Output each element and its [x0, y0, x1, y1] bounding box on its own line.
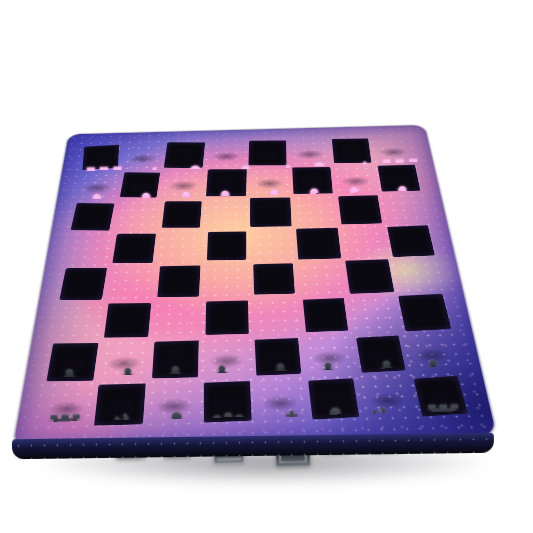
square-e5[interactable]	[249, 227, 297, 262]
piece-contact-shadow	[105, 356, 143, 372]
dark-square-paint	[71, 203, 115, 231]
dark-square-paint	[254, 264, 296, 295]
square-e1[interactable]: ♚	[253, 377, 308, 423]
square-f4[interactable]	[297, 260, 348, 297]
dark-square-paint	[303, 298, 349, 332]
dark-square-paint	[250, 197, 292, 226]
square-g6[interactable]	[336, 194, 385, 226]
square-e2[interactable]: ♟	[252, 335, 305, 378]
square-f7[interactable]: ♟	[290, 165, 336, 195]
square-e7[interactable]: ♟	[248, 167, 292, 198]
square-h3[interactable]	[396, 293, 453, 333]
square-f1[interactable]: ♝	[305, 376, 363, 422]
square-d5[interactable]	[203, 228, 250, 263]
square-d7[interactable]: ♟	[205, 168, 249, 199]
dark-square-paint	[113, 234, 157, 263]
square-c7[interactable]: ♟	[161, 169, 205, 200]
photo-backdrop: ♜♞♝♛♚♝♞♜♟♟♟♟♟♟♟♟♟♟♟♟♟♟♟♟♜♞♝♛♚♝♞♜	[0, 0, 533, 533]
square-h2[interactable]: ♟	[403, 331, 462, 374]
square-c6[interactable]	[159, 198, 205, 231]
square-b8[interactable]: ♞	[121, 142, 165, 171]
square-f3[interactable]	[299, 295, 352, 335]
square-e6[interactable]	[248, 196, 294, 229]
square-f8[interactable]: ♝	[288, 138, 332, 167]
board-tilt-wrapper: ♜♞♝♛♚♝♞♜♟♟♟♟♟♟♟♟♟♟♟♟♟♟♟♟♜♞♝♛♚♝♞♜	[13, 125, 497, 448]
piece-contact-shadow	[260, 352, 298, 368]
piece-contact-shadow	[157, 354, 195, 370]
square-d3[interactable]	[202, 298, 252, 338]
square-b5[interactable]	[110, 231, 159, 266]
piece-contact-shadow	[412, 348, 452, 364]
dark-square-paint	[207, 231, 246, 260]
square-a8[interactable]: ♜	[78, 143, 123, 172]
square-h4[interactable]	[390, 257, 444, 294]
dark-square-paint	[157, 266, 200, 298]
square-b4[interactable]	[106, 264, 157, 301]
square-d1[interactable]: ♛	[200, 378, 254, 424]
square-a2[interactable]: ♟	[44, 341, 101, 384]
square-a7[interactable]: ♟	[74, 171, 121, 202]
square-c8[interactable]: ♝	[163, 141, 206, 170]
square-d6[interactable]	[204, 197, 249, 230]
chess-board: ♜♞♝♛♚♝♞♜♟♟♟♟♟♟♟♟♟♟♟♟♟♟♟♟♜♞♝♛♚♝♞♜	[13, 125, 497, 448]
square-h7[interactable]: ♟	[374, 163, 423, 193]
dark-square-paint	[162, 201, 202, 228]
chessboard-scene: ♜♞♝♛♚♝♞♜♟♟♟♟♟♟♟♟♟♟♟♟♟♟♟♟♜♞♝♛♚♝♞♜	[45, 57, 455, 467]
square-g8[interactable]: ♞	[329, 137, 375, 166]
dark-square-paint	[345, 259, 394, 294]
square-c5[interactable]	[157, 230, 204, 265]
dark-square-paint	[398, 294, 452, 332]
square-g1[interactable]: ♞	[357, 374, 417, 420]
square-g7[interactable]: ♟	[332, 164, 379, 194]
square-a4[interactable]	[57, 266, 110, 303]
square-b6[interactable]	[114, 199, 161, 232]
piece-contact-shadow	[208, 353, 245, 369]
square-b3[interactable]	[101, 301, 154, 341]
square-b7[interactable]: ♟	[117, 170, 163, 201]
dark-square-paint	[104, 303, 151, 338]
square-b1[interactable]: ♞	[91, 381, 148, 428]
square-h1[interactable]: ♜	[410, 373, 472, 419]
square-h5[interactable]	[385, 224, 437, 259]
piece-dark-pawn[interactable]: ♟	[102, 361, 153, 362]
square-e8[interactable]: ♚	[247, 139, 290, 168]
square-h8[interactable]: ♜	[370, 136, 417, 165]
square-e3[interactable]	[251, 297, 302, 337]
square-d8[interactable]: ♛	[205, 140, 247, 169]
piece-contact-shadow	[310, 350, 348, 366]
square-e4[interactable]	[250, 261, 299, 298]
square-f5[interactable]	[294, 226, 343, 261]
piece-contact-shadow	[53, 357, 92, 373]
square-a1[interactable]: ♜	[37, 382, 96, 429]
dark-square-paint	[296, 227, 341, 259]
dark-square-paint	[60, 268, 108, 300]
square-d2[interactable]: ♟	[201, 337, 253, 380]
square-g2[interactable]: ♟	[352, 333, 409, 376]
square-f2[interactable]: ♟	[302, 334, 357, 377]
square-h6[interactable]	[379, 192, 429, 224]
square-d4[interactable]	[203, 262, 251, 299]
dark-square-paint	[205, 301, 248, 336]
square-c1[interactable]: ♝	[146, 380, 201, 427]
square-g5[interactable]	[339, 225, 390, 260]
square-c2[interactable]: ♟	[149, 338, 202, 381]
square-a3[interactable]	[51, 302, 106, 342]
square-g4[interactable]	[343, 258, 396, 295]
dark-square-paint	[338, 195, 382, 224]
square-c3[interactable]	[152, 299, 203, 339]
square-a5[interactable]	[63, 232, 114, 267]
square-g3[interactable]	[348, 294, 403, 334]
dark-square-paint	[387, 225, 435, 257]
square-b2[interactable]: ♟	[97, 339, 152, 382]
square-c4[interactable]	[154, 263, 203, 300]
square-a6[interactable]	[68, 200, 117, 233]
square-f6[interactable]	[292, 195, 339, 227]
